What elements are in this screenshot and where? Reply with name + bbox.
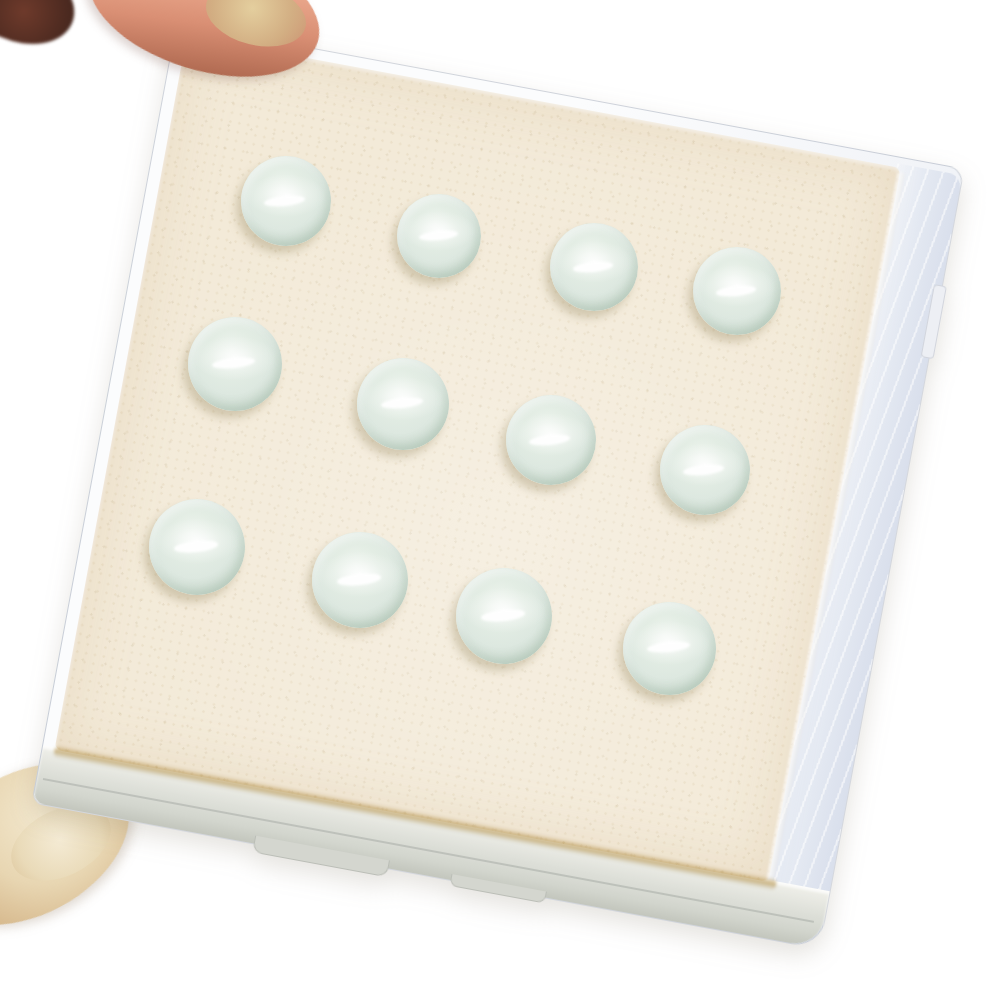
gem-stone-r2c2	[357, 358, 449, 450]
stones-layer	[0, 0, 1000, 1000]
gem-stone-r2c1	[188, 317, 282, 411]
gem-stone-r2c4	[660, 425, 750, 515]
gem-stone-r1c3	[550, 223, 638, 311]
gem-stone-r3c3	[456, 568, 552, 664]
gem-stone-r1c1	[241, 156, 331, 246]
gem-stone-r1c4	[693, 247, 781, 335]
photo-scene	[0, 0, 1000, 1000]
gem-stone-r3c4	[623, 602, 716, 695]
gem-stone-r3c1	[149, 499, 245, 595]
gem-stone-r2c3	[506, 395, 596, 485]
gem-stone-r1c2	[397, 194, 481, 278]
gem-stone-r3c2	[312, 532, 408, 628]
